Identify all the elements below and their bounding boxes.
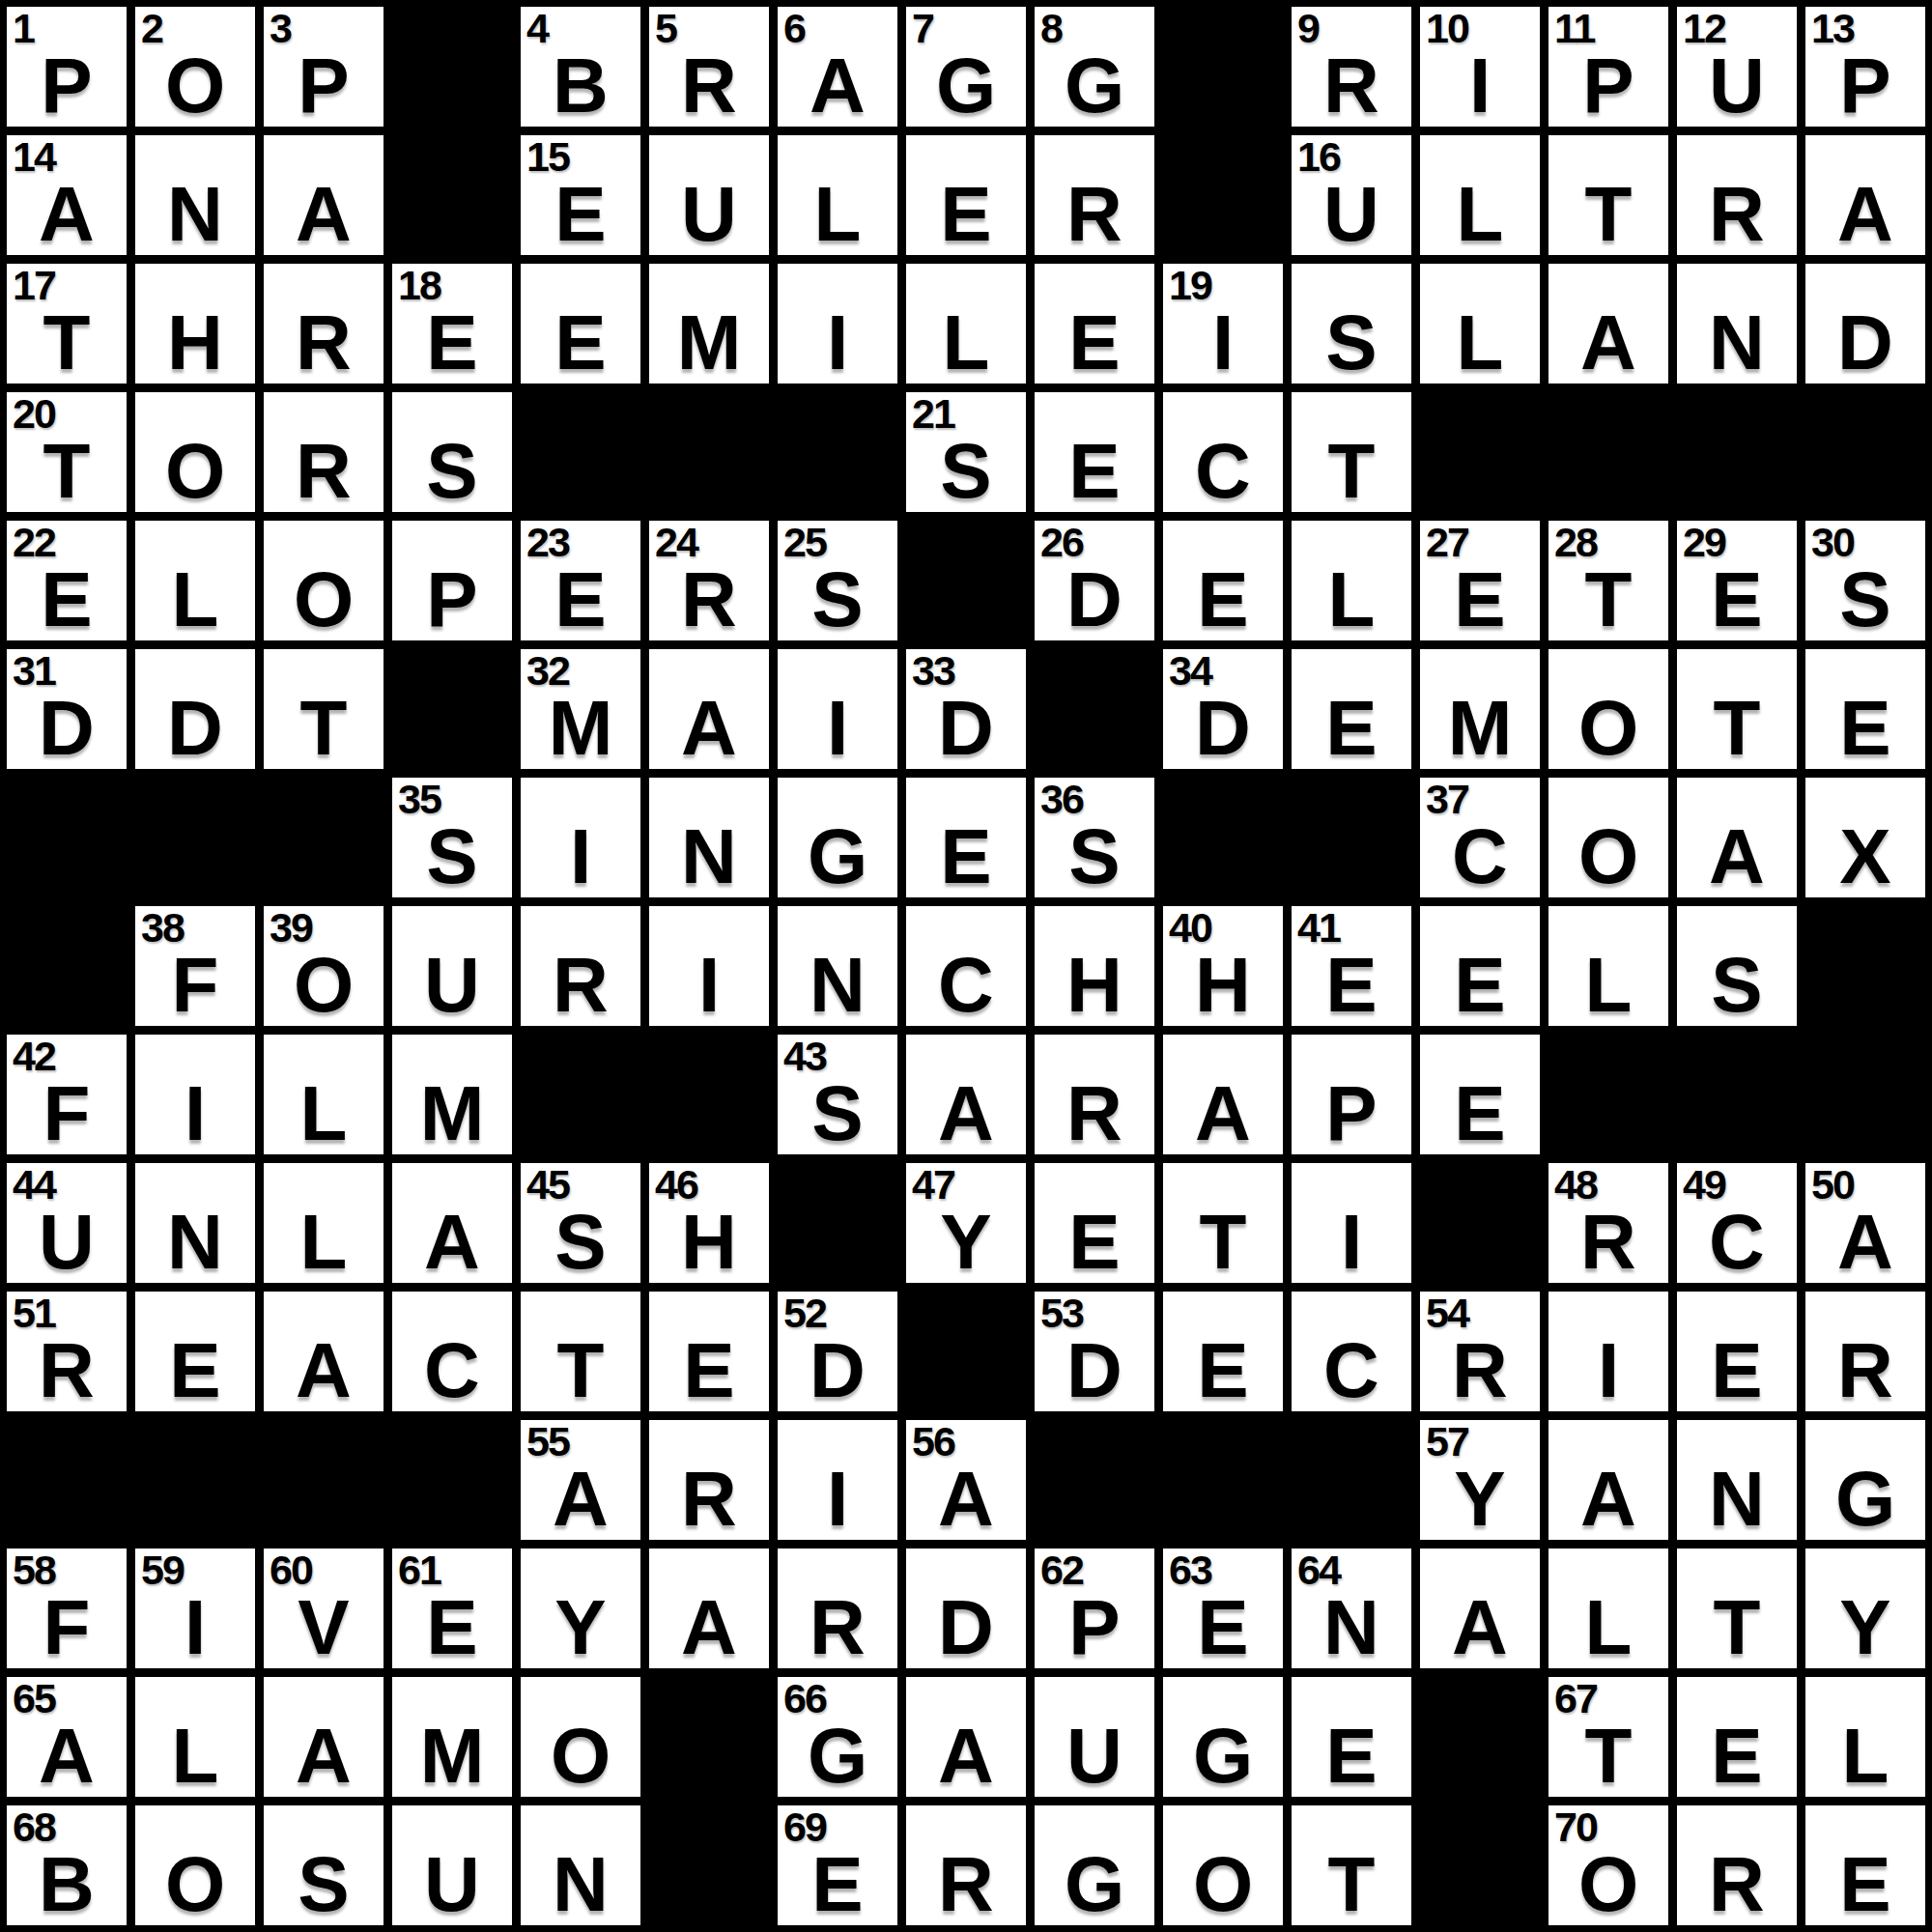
cell-letter: T <box>1292 1846 1411 1923</box>
cell-letter: E <box>1805 690 1925 767</box>
cell-letter: R <box>906 1846 1026 1923</box>
block-r9c6 <box>649 1035 769 1154</box>
cell-r13c8[interactable]: D <box>906 1548 1026 1668</box>
cell-r13c9[interactable]: 62P <box>1035 1548 1154 1668</box>
cell-r10c1[interactable]: 44U <box>7 1163 127 1283</box>
cell-letter: E <box>1677 1718 1797 1795</box>
cell-letter: P <box>392 561 512 639</box>
cell-r3c9[interactable]: E <box>1035 264 1154 384</box>
cell-r5c15[interactable]: 30S <box>1805 521 1925 640</box>
block-r11c8 <box>906 1292 1026 1411</box>
cell-letter: S <box>1292 304 1411 382</box>
cell-r1c7[interactable]: 6A <box>778 7 897 127</box>
cell-letter: R <box>1035 176 1154 253</box>
cell-r14c9[interactable]: U <box>1035 1677 1154 1797</box>
cell-r13c10[interactable]: 63E <box>1163 1548 1283 1668</box>
cell-r10c10[interactable]: T <box>1163 1163 1283 1283</box>
cell-letter: A <box>906 1075 1026 1152</box>
cell-letter: E <box>521 561 640 639</box>
cell-r2c11[interactable]: 16U <box>1292 135 1411 255</box>
cell-letter: N <box>135 1204 255 1281</box>
cell-r14c4[interactable]: M <box>392 1677 512 1797</box>
cell-r10c13[interactable]: 48R <box>1548 1163 1668 1283</box>
cell-letter: E <box>392 304 512 382</box>
cell-letter: T <box>1163 1204 1283 1281</box>
cell-r14c7[interactable]: 66G <box>778 1677 897 1797</box>
cell-letter: R <box>264 433 384 510</box>
cell-letter: L <box>906 304 1026 382</box>
cell-r8c12[interactable]: E <box>1420 906 1540 1026</box>
cell-r2c13[interactable]: T <box>1548 135 1668 255</box>
cell-r4c3[interactable]: R <box>264 392 384 512</box>
cell-letter: D <box>906 690 1026 767</box>
cell-r3c12[interactable]: L <box>1420 264 1540 384</box>
cell-r9c2[interactable]: I <box>135 1035 255 1154</box>
cell-r9c3[interactable]: L <box>264 1035 384 1154</box>
cell-r15c3[interactable]: S <box>264 1805 384 1925</box>
cell-r14c2[interactable]: L <box>135 1677 255 1797</box>
cell-r1c11[interactable]: 9R <box>1292 7 1411 127</box>
cell-r3c5[interactable]: E <box>521 264 640 384</box>
cell-r3c1[interactable]: 17T <box>7 264 127 384</box>
cell-r9c12[interactable]: E <box>1420 1035 1540 1154</box>
cell-letter: E <box>1677 561 1797 639</box>
cell-r6c13[interactable]: O <box>1548 649 1668 769</box>
cell-letter: O <box>1548 690 1668 767</box>
cell-r10c11[interactable]: I <box>1292 1163 1411 1283</box>
cell-r4c1[interactable]: 20T <box>7 392 127 512</box>
cell-r2c15[interactable]: A <box>1805 135 1925 255</box>
cell-letter: I <box>1548 1332 1668 1409</box>
cell-r15c10[interactable]: O <box>1163 1805 1283 1925</box>
cell-letter: S <box>1677 947 1797 1024</box>
cell-r15c13[interactable]: 70O <box>1548 1805 1668 1925</box>
cell-r9c11[interactable]: P <box>1292 1035 1411 1154</box>
cell-r13c4[interactable]: 61E <box>392 1548 512 1668</box>
cell-letter: S <box>906 433 1026 510</box>
cell-r14c14[interactable]: E <box>1677 1677 1797 1797</box>
cell-r7c6[interactable]: N <box>649 778 769 897</box>
cell-r14c5[interactable]: O <box>521 1677 640 1797</box>
cell-r1c2[interactable]: 2O <box>135 7 255 127</box>
cell-letter: D <box>1163 690 1283 767</box>
block-r14c12 <box>1420 1677 1540 1797</box>
cell-r2c1[interactable]: 14A <box>7 135 127 255</box>
block-r8c15 <box>1805 906 1925 1026</box>
cell-r2c3[interactable]: A <box>264 135 384 255</box>
block-r12c9 <box>1035 1420 1154 1540</box>
cell-letter: I <box>649 947 769 1024</box>
cell-r11c5[interactable]: T <box>521 1292 640 1411</box>
block-r9c13 <box>1548 1035 1668 1154</box>
cell-r2c7[interactable]: L <box>778 135 897 255</box>
cell-r3c7[interactable]: I <box>778 264 897 384</box>
cell-r5c2[interactable]: L <box>135 521 255 640</box>
cell-letter: M <box>521 690 640 767</box>
cell-r3c10[interactable]: 19I <box>1163 264 1283 384</box>
cell-r6c7[interactable]: I <box>778 649 897 769</box>
cell-r8c9[interactable]: H <box>1035 906 1154 1026</box>
cell-r11c6[interactable]: E <box>649 1292 769 1411</box>
cell-r15c4[interactable]: U <box>392 1805 512 1925</box>
cell-letter: T <box>1677 690 1797 767</box>
cell-r7c5[interactable]: I <box>521 778 640 897</box>
cell-r2c9[interactable]: R <box>1035 135 1154 255</box>
block-r2c10 <box>1163 135 1283 255</box>
cell-r11c1[interactable]: 51R <box>7 1292 127 1411</box>
cell-r10c14[interactable]: 49C <box>1677 1163 1797 1283</box>
cell-r8c5[interactable]: R <box>521 906 640 1026</box>
cell-r6c12[interactable]: M <box>1420 649 1540 769</box>
cell-r10c4[interactable]: A <box>392 1163 512 1283</box>
block-r12c3 <box>264 1420 384 1540</box>
cell-letter: I <box>778 1461 897 1538</box>
cell-letter: N <box>778 947 897 1024</box>
cell-r12c7[interactable]: I <box>778 1420 897 1540</box>
cell-letter: H <box>135 304 255 382</box>
block-r4c6 <box>649 392 769 512</box>
cell-letter: N <box>1677 1461 1797 1538</box>
cell-r1c15[interactable]: 13P <box>1805 7 1925 127</box>
cell-r12c12[interactable]: 57Y <box>1420 1420 1540 1540</box>
cell-r2c14[interactable]: R <box>1677 135 1797 255</box>
cell-r8c6[interactable]: I <box>649 906 769 1026</box>
cell-letter: O <box>135 47 255 125</box>
cell-letter: R <box>521 947 640 1024</box>
cell-letter: T <box>7 433 127 510</box>
cell-r9c8[interactable]: A <box>906 1035 1026 1154</box>
cell-r5c4[interactable]: P <box>392 521 512 640</box>
cell-letter: E <box>906 176 1026 253</box>
cell-r5c12[interactable]: 27E <box>1420 521 1540 640</box>
cell-r15c15[interactable]: E <box>1805 1805 1925 1925</box>
cell-r11c9[interactable]: 53D <box>1035 1292 1154 1411</box>
cell-letter: G <box>778 818 897 895</box>
cell-r8c3[interactable]: 39O <box>264 906 384 1026</box>
cell-r2c12[interactable]: L <box>1420 135 1540 255</box>
cell-letter: D <box>1035 561 1154 639</box>
cell-r8c13[interactable]: L <box>1548 906 1668 1026</box>
cell-letter: O <box>1163 1846 1283 1923</box>
block-r1c10 <box>1163 7 1283 127</box>
cell-r1c14[interactable]: 12U <box>1677 7 1797 127</box>
cell-r1c13[interactable]: 11P <box>1548 7 1668 127</box>
cell-r1c3[interactable]: 3P <box>264 7 384 127</box>
cell-r13c12[interactable]: A <box>1420 1548 1540 1668</box>
clue-number: 4 <box>526 8 548 49</box>
cell-letter: T <box>264 690 384 767</box>
block-r14c6 <box>649 1677 769 1797</box>
cell-letter: E <box>135 1332 255 1409</box>
cell-r13c1[interactable]: 58F <box>7 1548 127 1668</box>
cell-r5c5[interactable]: 23E <box>521 521 640 640</box>
cell-letter: M <box>649 304 769 382</box>
cell-r1c6[interactable]: 5R <box>649 7 769 127</box>
cell-letter: A <box>7 176 127 253</box>
cell-r13c15[interactable]: Y <box>1805 1548 1925 1668</box>
cell-r11c14[interactable]: E <box>1677 1292 1797 1411</box>
cell-r11c15[interactable]: R <box>1805 1292 1925 1411</box>
cell-r1c12[interactable]: 10I <box>1420 7 1540 127</box>
cell-r5c7[interactable]: 25S <box>778 521 897 640</box>
cell-letter: O <box>1548 818 1668 895</box>
cell-letter: E <box>1035 1204 1154 1281</box>
cell-letter: R <box>7 1332 127 1409</box>
cell-r3c8[interactable]: L <box>906 264 1026 384</box>
block-r7c10 <box>1163 778 1283 897</box>
cell-letter: A <box>264 176 384 253</box>
cell-r8c4[interactable]: U <box>392 906 512 1026</box>
cell-r10c2[interactable]: N <box>135 1163 255 1283</box>
cell-r3c2[interactable]: H <box>135 264 255 384</box>
cell-r6c10[interactable]: 34D <box>1163 649 1283 769</box>
cell-r7c15[interactable]: X <box>1805 778 1925 897</box>
cell-r6c1[interactable]: 31D <box>7 649 127 769</box>
cell-letter: A <box>264 1718 384 1795</box>
cell-letter: P <box>1035 1589 1154 1666</box>
cell-r3c3[interactable]: R <box>264 264 384 384</box>
block-r7c2 <box>135 778 255 897</box>
cell-r14c10[interactable]: G <box>1163 1677 1283 1797</box>
cell-letter: L <box>1420 304 1540 382</box>
cell-r6c2[interactable]: D <box>135 649 255 769</box>
cell-letter: S <box>392 818 512 895</box>
cell-r5c14[interactable]: 29E <box>1677 521 1797 640</box>
cell-r15c14[interactable]: R <box>1677 1805 1797 1925</box>
cell-letter: E <box>906 818 1026 895</box>
cell-letter: L <box>1548 1589 1668 1666</box>
cell-r13c5[interactable]: Y <box>521 1548 640 1668</box>
cell-r11c2[interactable]: E <box>135 1292 255 1411</box>
cell-r6c14[interactable]: T <box>1677 649 1797 769</box>
cell-r5c13[interactable]: 28T <box>1548 521 1668 640</box>
cell-letter: T <box>7 304 127 382</box>
cell-r1c8[interactable]: 7G <box>906 7 1026 127</box>
cell-r14c11[interactable]: E <box>1292 1677 1411 1797</box>
cell-r11c7[interactable]: 52D <box>778 1292 897 1411</box>
cell-r1c5[interactable]: 4B <box>521 7 640 127</box>
cell-r2c5[interactable]: 15E <box>521 135 640 255</box>
cell-r9c7[interactable]: 43S <box>778 1035 897 1154</box>
cell-r10c5[interactable]: 45S <box>521 1163 640 1283</box>
cell-r12c6[interactable]: R <box>649 1420 769 1540</box>
cell-r4c10[interactable]: C <box>1163 392 1283 512</box>
cell-r10c9[interactable]: E <box>1035 1163 1154 1283</box>
cell-r9c10[interactable]: A <box>1163 1035 1283 1154</box>
cell-letter: I <box>1163 304 1283 382</box>
cell-r7c7[interactable]: G <box>778 778 897 897</box>
cell-r5c1[interactable]: 22E <box>7 521 127 640</box>
cell-letter: Y <box>1805 1589 1925 1666</box>
cell-letter: E <box>1292 1718 1411 1795</box>
cell-r15c7[interactable]: 69E <box>778 1805 897 1925</box>
cell-r12c13[interactable]: A <box>1548 1420 1668 1540</box>
cell-r7c9[interactable]: 36S <box>1035 778 1154 897</box>
cell-r13c11[interactable]: 64N <box>1292 1548 1411 1668</box>
cell-r12c5[interactable]: 55A <box>521 1420 640 1540</box>
cell-r5c11[interactable]: L <box>1292 521 1411 640</box>
cell-letter: E <box>1292 947 1411 1024</box>
cell-r8c8[interactable]: C <box>906 906 1026 1026</box>
block-r7c1 <box>7 778 127 897</box>
cell-r6c6[interactable]: A <box>649 649 769 769</box>
cell-r11c3[interactable]: A <box>264 1292 384 1411</box>
cell-letter: P <box>1805 47 1925 125</box>
cell-letter: U <box>392 1846 512 1923</box>
cell-letter: Y <box>906 1204 1026 1281</box>
cell-r10c3[interactable]: L <box>264 1163 384 1283</box>
cell-letter: R <box>1420 1332 1540 1409</box>
cell-letter: G <box>1035 47 1154 125</box>
cell-r3c6[interactable]: M <box>649 264 769 384</box>
cell-letter: G <box>906 47 1026 125</box>
cell-r6c8[interactable]: 33D <box>906 649 1026 769</box>
cell-r5c6[interactable]: 24R <box>649 521 769 640</box>
cell-r5c9[interactable]: 26D <box>1035 521 1154 640</box>
cell-r14c8[interactable]: A <box>906 1677 1026 1797</box>
cell-r11c4[interactable]: C <box>392 1292 512 1411</box>
cell-r6c11[interactable]: E <box>1292 649 1411 769</box>
cell-r3c4[interactable]: 18E <box>392 264 512 384</box>
cell-r8c2[interactable]: 38F <box>135 906 255 1026</box>
cell-r4c4[interactable]: S <box>392 392 512 512</box>
cell-letter: L <box>264 1204 384 1281</box>
cell-r11c11[interactable]: C <box>1292 1292 1411 1411</box>
cell-letter: U <box>1292 176 1411 253</box>
cell-r14c1[interactable]: 65A <box>7 1677 127 1797</box>
cell-letter: P <box>1292 1075 1411 1152</box>
cell-r15c5[interactable]: N <box>521 1805 640 1925</box>
block-r9c14 <box>1677 1035 1797 1154</box>
cell-letter: I <box>521 818 640 895</box>
cell-letter: F <box>7 1075 127 1152</box>
cell-r11c12[interactable]: 54R <box>1420 1292 1540 1411</box>
cell-letter: E <box>1420 947 1540 1024</box>
cell-r7c13[interactable]: O <box>1548 778 1668 897</box>
cell-r14c13[interactable]: 67T <box>1548 1677 1668 1797</box>
cell-letter: L <box>1292 561 1411 639</box>
crossword-board: 1P2O3P4B5R6A7G8G9R10I11P12U13P14ANA15EUL… <box>0 0 1932 1932</box>
cell-r13c7[interactable]: R <box>778 1548 897 1668</box>
cell-r14c3[interactable]: A <box>264 1677 384 1797</box>
cell-r7c8[interactable]: E <box>906 778 1026 897</box>
cell-r15c2[interactable]: O <box>135 1805 255 1925</box>
clue-number: 1 <box>13 8 34 49</box>
cell-r6c5[interactable]: 32M <box>521 649 640 769</box>
cell-letter: R <box>1805 1332 1925 1409</box>
block-r7c11 <box>1292 778 1411 897</box>
block-r6c9 <box>1035 649 1154 769</box>
cell-r12c15[interactable]: G <box>1805 1420 1925 1540</box>
cell-r9c4[interactable]: M <box>392 1035 512 1154</box>
cell-letter: H <box>1035 947 1154 1024</box>
cell-r8c10[interactable]: 40H <box>1163 906 1283 1026</box>
cell-r8c11[interactable]: 41E <box>1292 906 1411 1026</box>
block-r15c6 <box>649 1805 769 1925</box>
cell-r10c8[interactable]: 47Y <box>906 1163 1026 1283</box>
cell-letter: R <box>1548 1204 1668 1281</box>
cell-r11c10[interactable]: E <box>1163 1292 1283 1411</box>
cell-r9c1[interactable]: 42F <box>7 1035 127 1154</box>
cell-r4c11[interactable]: T <box>1292 392 1411 512</box>
cell-letter: R <box>649 1461 769 1538</box>
cell-r1c9[interactable]: 8G <box>1035 7 1154 127</box>
cell-letter: A <box>1420 1589 1540 1666</box>
cell-r8c7[interactable]: N <box>778 906 897 1026</box>
cell-letter: T <box>1677 1589 1797 1666</box>
cell-r2c8[interactable]: E <box>906 135 1026 255</box>
cell-r13c6[interactable]: A <box>649 1548 769 1668</box>
cell-r7c4[interactable]: 35S <box>392 778 512 897</box>
cell-r3c13[interactable]: A <box>1548 264 1668 384</box>
cell-letter: U <box>649 176 769 253</box>
cell-r15c9[interactable]: G <box>1035 1805 1154 1925</box>
cell-r4c2[interactable]: O <box>135 392 255 512</box>
cell-letter: R <box>1677 1846 1797 1923</box>
cell-letter: A <box>649 1589 769 1666</box>
cell-r3c14[interactable]: N <box>1677 264 1797 384</box>
cell-letter: S <box>264 1846 384 1923</box>
cell-r12c8[interactable]: 56A <box>906 1420 1026 1540</box>
block-r7c3 <box>264 778 384 897</box>
cell-r12c14[interactable]: N <box>1677 1420 1797 1540</box>
cell-r9c9[interactable]: R <box>1035 1035 1154 1154</box>
cell-letter: A <box>1805 1204 1925 1281</box>
cell-r1c1[interactable]: 1P <box>7 7 127 127</box>
block-r12c2 <box>135 1420 255 1540</box>
cell-r6c3[interactable]: T <box>264 649 384 769</box>
block-r10c12 <box>1420 1163 1540 1283</box>
cell-r2c6[interactable]: U <box>649 135 769 255</box>
cell-r7c12[interactable]: 37C <box>1420 778 1540 897</box>
cell-r14c15[interactable]: L <box>1805 1677 1925 1797</box>
cell-r8c14[interactable]: S <box>1677 906 1797 1026</box>
cell-letter: E <box>1420 1075 1540 1152</box>
cell-letter: F <box>135 947 255 1024</box>
cell-r3c15[interactable]: D <box>1805 264 1925 384</box>
cell-letter: G <box>1805 1461 1925 1538</box>
cell-letter: F <box>7 1589 127 1666</box>
cell-r5c3[interactable]: O <box>264 521 384 640</box>
cell-r13c3[interactable]: 60V <box>264 1548 384 1668</box>
cell-r10c6[interactable]: 46H <box>649 1163 769 1283</box>
cell-r4c8[interactable]: 21S <box>906 392 1026 512</box>
cell-r13c2[interactable]: 59I <box>135 1548 255 1668</box>
cell-r2c2[interactable]: N <box>135 135 255 255</box>
cell-r4c9[interactable]: E <box>1035 392 1154 512</box>
cell-letter: E <box>7 561 127 639</box>
cell-r11c13[interactable]: I <box>1548 1292 1668 1411</box>
cell-r15c1[interactable]: 68B <box>7 1805 127 1925</box>
cell-letter: M <box>392 1075 512 1152</box>
cell-letter: R <box>1292 47 1411 125</box>
block-r12c11 <box>1292 1420 1411 1540</box>
cell-letter: E <box>1035 433 1154 510</box>
cell-letter: N <box>1292 1589 1411 1666</box>
cell-r7c14[interactable]: A <box>1677 778 1797 897</box>
cell-r5c10[interactable]: E <box>1163 521 1283 640</box>
cell-r15c11[interactable]: T <box>1292 1805 1411 1925</box>
cell-r6c15[interactable]: E <box>1805 649 1925 769</box>
cell-r15c8[interactable]: R <box>906 1805 1026 1925</box>
cell-letter: U <box>1677 47 1797 125</box>
cell-r13c13[interactable]: L <box>1548 1548 1668 1668</box>
cell-r10c15[interactable]: 50A <box>1805 1163 1925 1283</box>
cell-r3c11[interactable]: S <box>1292 264 1411 384</box>
cell-letter: E <box>1677 1332 1797 1409</box>
cell-r13c14[interactable]: T <box>1677 1548 1797 1668</box>
cell-letter: O <box>521 1718 640 1795</box>
